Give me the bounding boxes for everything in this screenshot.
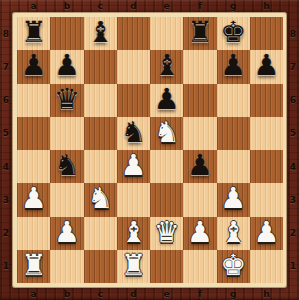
square-h5[interactable] xyxy=(250,117,283,150)
square-g5[interactable] xyxy=(217,117,250,150)
square-g6[interactable] xyxy=(217,84,250,117)
square-f2[interactable]: ♟ xyxy=(183,217,216,250)
rank-label-8: 8 xyxy=(0,17,12,50)
rank-label-7: 7 xyxy=(0,50,12,83)
square-g3[interactable]: ♟ xyxy=(217,183,250,216)
piece-black-pawn[interactable]: ♟ xyxy=(187,151,213,180)
square-d6[interactable] xyxy=(117,84,150,117)
square-h2[interactable]: ♟ xyxy=(250,217,283,250)
rank-label-3: 3 xyxy=(287,183,299,216)
rank-label-6: 6 xyxy=(0,84,12,117)
square-h1[interactable] xyxy=(250,250,283,283)
rank-label-6: 6 xyxy=(287,84,299,117)
square-d3[interactable] xyxy=(117,183,150,216)
rank-label-3: 3 xyxy=(0,183,12,216)
rank-label-2: 2 xyxy=(0,217,12,250)
square-d8[interactable] xyxy=(117,17,150,50)
square-a4[interactable] xyxy=(17,150,50,183)
square-e7[interactable]: ♝ xyxy=(150,50,183,83)
piece-white-king[interactable]: ♚ xyxy=(220,251,246,280)
rank-label-1: 1 xyxy=(0,250,12,283)
square-b3[interactable] xyxy=(50,183,83,216)
square-g4[interactable] xyxy=(217,150,250,183)
rank-labels-right: 87654321 xyxy=(287,17,299,283)
piece-black-pawn[interactable]: ♟ xyxy=(220,51,246,80)
rank-label-8: 8 xyxy=(287,17,299,50)
chess-board[interactable]: ♜♝♜♚♟♟♝♟♟♛♟♞♞♞♟♟♟♞♟♟♝♛♟♝♟♜♜♚ xyxy=(17,17,283,283)
piece-black-pawn[interactable]: ♟ xyxy=(21,51,47,80)
piece-white-pawn[interactable]: ♟ xyxy=(54,218,80,247)
piece-black-bishop[interactable]: ♝ xyxy=(87,18,113,47)
square-b2[interactable]: ♟ xyxy=(50,217,83,250)
square-f3[interactable] xyxy=(183,183,216,216)
square-g8[interactable]: ♚ xyxy=(217,17,250,50)
square-e4[interactable] xyxy=(150,150,183,183)
square-b1[interactable] xyxy=(50,250,83,283)
file-label-d: d xyxy=(117,288,150,300)
square-g7[interactable]: ♟ xyxy=(217,50,250,83)
file-label-h: h xyxy=(250,288,283,300)
piece-white-queen[interactable]: ♛ xyxy=(154,218,180,247)
piece-black-knight[interactable]: ♞ xyxy=(120,118,146,147)
piece-white-rook[interactable]: ♜ xyxy=(120,251,146,280)
square-a1[interactable]: ♜ xyxy=(17,250,50,283)
piece-white-pawn[interactable]: ♟ xyxy=(220,184,246,213)
square-d5[interactable]: ♞ xyxy=(117,117,150,150)
file-label-a: a xyxy=(17,0,50,12)
piece-white-bishop[interactable]: ♝ xyxy=(220,218,246,247)
square-c4[interactable] xyxy=(84,150,117,183)
square-b4[interactable]: ♞ xyxy=(50,150,83,183)
rank-label-4: 4 xyxy=(0,150,12,183)
file-label-d: d xyxy=(117,0,150,12)
square-a7[interactable]: ♟ xyxy=(17,50,50,83)
square-b7[interactable]: ♟ xyxy=(50,50,83,83)
square-c7[interactable] xyxy=(84,50,117,83)
file-label-c: c xyxy=(84,0,117,12)
square-f1[interactable] xyxy=(183,250,216,283)
square-f5[interactable] xyxy=(183,117,216,150)
piece-white-bishop[interactable]: ♝ xyxy=(120,218,146,247)
rank-labels-left: 87654321 xyxy=(0,17,12,283)
piece-white-rook[interactable]: ♜ xyxy=(21,251,47,280)
square-h7[interactable]: ♟ xyxy=(250,50,283,83)
square-f4[interactable]: ♟ xyxy=(183,150,216,183)
square-g1[interactable]: ♚ xyxy=(217,250,250,283)
piece-black-queen[interactable]: ♛ xyxy=(54,85,80,114)
file-label-h: h xyxy=(250,0,283,12)
file-label-e: e xyxy=(150,288,183,300)
square-e8[interactable] xyxy=(150,17,183,50)
file-label-c: c xyxy=(84,288,117,300)
chess-board-frame: ♜♝♜♚♟♟♝♟♟♛♟♞♞♞♟♟♟♞♟♟♝♛♟♝♟♜♜♚ abcdefgh ab… xyxy=(0,0,299,300)
square-a3[interactable]: ♟ xyxy=(17,183,50,216)
square-e3[interactable] xyxy=(150,183,183,216)
square-e1[interactable] xyxy=(150,250,183,283)
square-h6[interactable] xyxy=(250,84,283,117)
piece-white-knight[interactable]: ♞ xyxy=(154,118,180,147)
piece-white-pawn[interactable]: ♟ xyxy=(120,151,146,180)
square-e5[interactable]: ♞ xyxy=(150,117,183,150)
file-label-e: e xyxy=(150,0,183,12)
square-b8[interactable] xyxy=(50,17,83,50)
file-label-g: g xyxy=(217,0,250,12)
rank-label-5: 5 xyxy=(287,117,299,150)
rank-label-7: 7 xyxy=(287,50,299,83)
piece-black-pawn[interactable]: ♟ xyxy=(154,85,180,114)
piece-white-knight[interactable]: ♞ xyxy=(87,184,113,213)
square-f6[interactable] xyxy=(183,84,216,117)
piece-black-bishop[interactable]: ♝ xyxy=(154,51,180,80)
square-b6[interactable]: ♛ xyxy=(50,84,83,117)
rank-label-5: 5 xyxy=(0,117,12,150)
square-c1[interactable] xyxy=(84,250,117,283)
square-b5[interactable] xyxy=(50,117,83,150)
piece-black-rook[interactable]: ♜ xyxy=(21,18,47,47)
file-label-g: g xyxy=(217,288,250,300)
square-h4[interactable] xyxy=(250,150,283,183)
piece-black-knight[interactable]: ♞ xyxy=(54,151,80,180)
square-h3[interactable] xyxy=(250,183,283,216)
piece-black-pawn[interactable]: ♟ xyxy=(253,51,279,80)
square-d4[interactable]: ♟ xyxy=(117,150,150,183)
square-c2[interactable] xyxy=(84,217,117,250)
square-d7[interactable] xyxy=(117,50,150,83)
square-a8[interactable]: ♜ xyxy=(17,17,50,50)
file-label-a: a xyxy=(17,288,50,300)
square-f7[interactable] xyxy=(183,50,216,83)
rank-label-4: 4 xyxy=(287,150,299,183)
file-label-f: f xyxy=(183,288,216,300)
piece-black-rook[interactable]: ♜ xyxy=(187,18,213,47)
square-a2[interactable] xyxy=(17,217,50,250)
square-h8[interactable] xyxy=(250,17,283,50)
rank-label-1: 1 xyxy=(287,250,299,283)
file-label-b: b xyxy=(50,288,83,300)
square-d2[interactable]: ♝ xyxy=(117,217,150,250)
piece-black-king[interactable]: ♚ xyxy=(220,18,246,47)
square-c8[interactable]: ♝ xyxy=(84,17,117,50)
square-d1[interactable]: ♜ xyxy=(117,250,150,283)
square-g2[interactable]: ♝ xyxy=(217,217,250,250)
file-labels-top: abcdefgh xyxy=(17,0,283,12)
rank-label-2: 2 xyxy=(287,217,299,250)
square-c5[interactable] xyxy=(84,117,117,150)
piece-black-pawn[interactable]: ♟ xyxy=(54,51,80,80)
piece-white-pawn[interactable]: ♟ xyxy=(253,218,279,247)
square-e2[interactable]: ♛ xyxy=(150,217,183,250)
file-labels-bottom: abcdefgh xyxy=(17,288,283,300)
piece-white-pawn[interactable]: ♟ xyxy=(187,218,213,247)
piece-white-pawn[interactable]: ♟ xyxy=(21,184,47,213)
square-f8[interactable]: ♜ xyxy=(183,17,216,50)
file-label-b: b xyxy=(50,0,83,12)
square-c3[interactable]: ♞ xyxy=(84,183,117,216)
square-a6[interactable] xyxy=(17,84,50,117)
square-e6[interactable]: ♟ xyxy=(150,84,183,117)
file-label-f: f xyxy=(183,0,216,12)
square-a5[interactable] xyxy=(17,117,50,150)
square-c6[interactable] xyxy=(84,84,117,117)
